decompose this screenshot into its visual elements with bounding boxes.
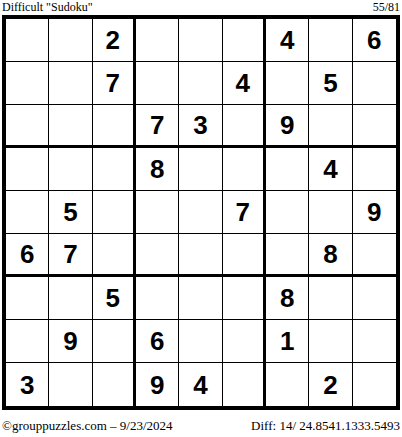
cell-r8c4: 6 (136, 320, 179, 363)
cell-r3c5: 3 (179, 105, 222, 148)
cell-r3c3 (93, 105, 136, 148)
cell-r7c6 (223, 277, 266, 320)
cell-r2c2 (49, 62, 92, 105)
cell-r8c3 (93, 320, 136, 363)
cell-r2c7 (266, 62, 309, 105)
cell-r3c7: 9 (266, 105, 309, 148)
cell-r4c4: 8 (136, 148, 179, 191)
empty-cell-counter: 55/81 (373, 1, 400, 14)
cell-r5c6: 7 (223, 191, 266, 234)
cell-r4c7 (266, 148, 309, 191)
cell-r1c7: 4 (266, 19, 309, 62)
cell-r7c8 (309, 277, 352, 320)
copyright-text: ©grouppuzzles.com – 9/23/2024 (2, 418, 173, 434)
cell-r3c1 (6, 105, 49, 148)
cell-r1c2 (49, 19, 92, 62)
cell-r6c9 (353, 234, 396, 277)
cell-r1c9: 6 (353, 19, 396, 62)
cell-r1c3: 2 (93, 19, 136, 62)
cell-r8c1 (6, 320, 49, 363)
cell-r5c2: 5 (49, 191, 92, 234)
cell-r6c1: 6 (6, 234, 49, 277)
cell-r6c8: 8 (309, 234, 352, 277)
cell-r1c1 (6, 19, 49, 62)
cell-r9c7 (266, 363, 309, 406)
cell-r5c9: 9 (353, 191, 396, 234)
cell-r5c3 (93, 191, 136, 234)
page-footer: ©grouppuzzles.com – 9/23/2024 Diff: 14/ … (0, 414, 402, 437)
cell-r7c1 (6, 277, 49, 320)
cell-r9c8: 2 (309, 363, 352, 406)
cell-r5c1 (6, 191, 49, 234)
cell-r2c9 (353, 62, 396, 105)
cell-r3c9 (353, 105, 396, 148)
cell-r2c4 (136, 62, 179, 105)
cell-r3c6 (223, 105, 266, 148)
cell-r4c9 (353, 148, 396, 191)
page-header: Difficult "Sudoku" 55/81 (0, 0, 402, 15)
cell-r9c5: 4 (179, 363, 222, 406)
cell-r4c2 (49, 148, 92, 191)
cell-r7c5 (179, 277, 222, 320)
cell-r1c4 (136, 19, 179, 62)
cell-r7c4 (136, 277, 179, 320)
cell-r9c2 (49, 363, 92, 406)
cell-r2c3: 7 (93, 62, 136, 105)
cell-r6c4 (136, 234, 179, 277)
cell-r8c6 (223, 320, 266, 363)
cell-r8c9 (353, 320, 396, 363)
cell-r8c8 (309, 320, 352, 363)
cell-r4c8: 4 (309, 148, 352, 191)
cell-r2c1 (6, 62, 49, 105)
cell-r4c5 (179, 148, 222, 191)
cell-r7c3: 5 (93, 277, 136, 320)
cell-r2c8: 5 (309, 62, 352, 105)
cell-r6c7 (266, 234, 309, 277)
cell-r1c6 (223, 19, 266, 62)
cell-r8c5 (179, 320, 222, 363)
cell-r5c4 (136, 191, 179, 234)
cell-r6c3 (93, 234, 136, 277)
puzzle-title: Difficult "Sudoku" (2, 1, 93, 14)
cell-r9c6 (223, 363, 266, 406)
cell-r3c8 (309, 105, 352, 148)
cell-r9c3 (93, 363, 136, 406)
cell-r1c5 (179, 19, 222, 62)
cell-r9c9 (353, 363, 396, 406)
cell-r6c6 (223, 234, 266, 277)
sudoku-board: 24674573984579678589613942 (2, 15, 400, 410)
cell-r6c2: 7 (49, 234, 92, 277)
cell-r2c5 (179, 62, 222, 105)
cell-r6c5 (179, 234, 222, 277)
cell-r4c1 (6, 148, 49, 191)
cell-r5c7 (266, 191, 309, 234)
cell-r4c3 (93, 148, 136, 191)
cell-r3c2 (49, 105, 92, 148)
cell-r4c6 (223, 148, 266, 191)
cell-r8c2: 9 (49, 320, 92, 363)
cell-r8c7: 1 (266, 320, 309, 363)
cell-r1c8 (309, 19, 352, 62)
cell-r7c9 (353, 277, 396, 320)
cell-r9c4: 9 (136, 363, 179, 406)
cell-r7c2 (49, 277, 92, 320)
cell-r7c7: 8 (266, 277, 309, 320)
cell-r5c8 (309, 191, 352, 234)
cell-r2c6: 4 (223, 62, 266, 105)
difficulty-text: Diff: 14/ 24.8541.1333.5493 (251, 418, 400, 434)
cell-r5c5 (179, 191, 222, 234)
cell-r9c1: 3 (6, 363, 49, 406)
cell-r3c4: 7 (136, 105, 179, 148)
